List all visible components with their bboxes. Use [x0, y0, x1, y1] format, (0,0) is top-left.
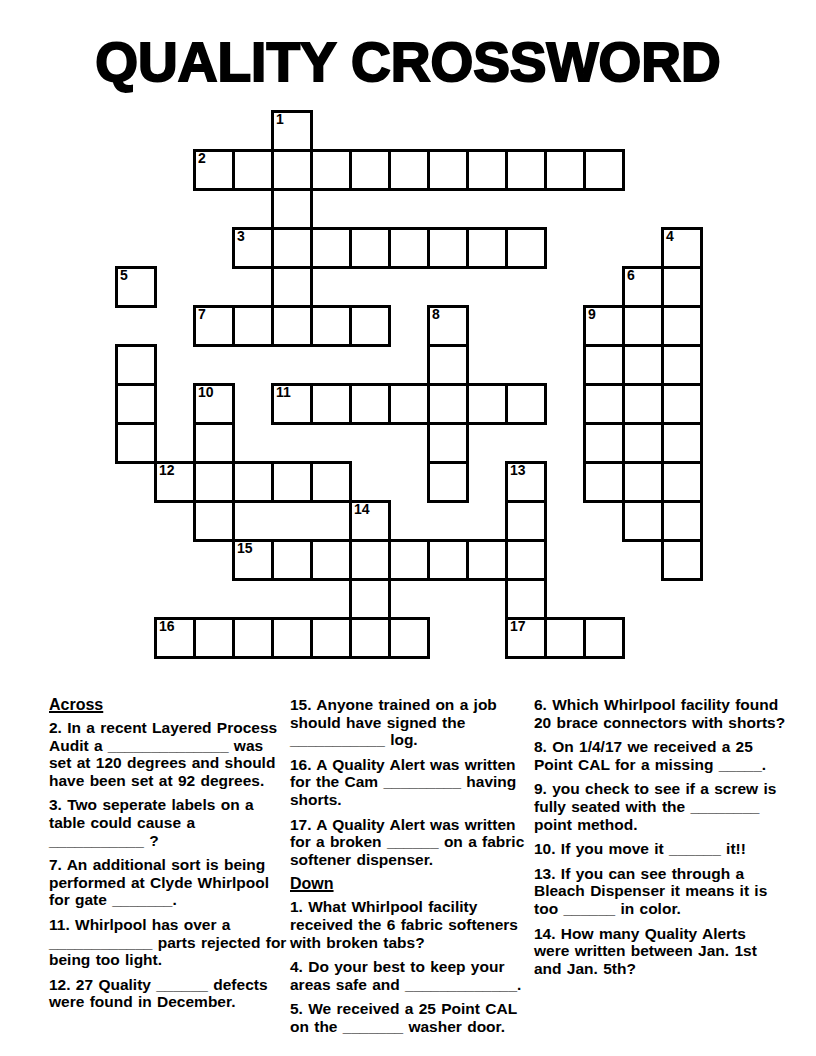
- cell-r7c6[interactable]: [349, 383, 391, 425]
- cell-r7c2[interactable]: 10: [193, 383, 235, 425]
- cell-r7c0[interactable]: [115, 383, 157, 425]
- clue-number-11: 11: [276, 385, 291, 400]
- cell-r10c6[interactable]: 14: [349, 500, 391, 542]
- cell-r6c8[interactable]: [427, 344, 469, 386]
- cell-r11c10[interactable]: [505, 539, 547, 581]
- cell-r5c12[interactable]: 9: [583, 305, 625, 347]
- cell-r1c9[interactable]: [466, 149, 508, 191]
- cell-r1c11[interactable]: [544, 149, 586, 191]
- cell-r5c3[interactable]: [232, 305, 274, 347]
- cell-r6c12[interactable]: [583, 344, 625, 386]
- cell-r4c14[interactable]: [661, 266, 703, 308]
- cell-r7c4[interactable]: 11: [271, 383, 313, 425]
- clue-number-9: 9: [588, 307, 596, 322]
- cell-r13c10[interactable]: 17: [505, 617, 547, 659]
- clue-9: 9. you check to see if a screw is fully …: [534, 780, 786, 833]
- cell-r3c8[interactable]: [427, 227, 469, 269]
- clue-number-2: 2: [198, 151, 206, 166]
- cell-r13c1[interactable]: 16: [154, 617, 196, 659]
- cell-r3c9[interactable]: [466, 227, 508, 269]
- cell-r8c2[interactable]: [193, 422, 235, 464]
- across-header: Across: [49, 696, 287, 714]
- cell-r11c3[interactable]: 15: [232, 539, 274, 581]
- cell-r1c7[interactable]: [388, 149, 430, 191]
- cell-r10c14[interactable]: [661, 500, 703, 542]
- cell-r7c13[interactable]: [622, 383, 664, 425]
- cell-r5c6[interactable]: [349, 305, 391, 347]
- clue-13: 13. If you can see through a Bleach Disp…: [534, 865, 786, 918]
- cell-r1c3[interactable]: [232, 149, 274, 191]
- crossword-grid: 1234567891011121314151617: [115, 110, 704, 660]
- cell-r5c5[interactable]: [310, 305, 352, 347]
- cell-r8c8[interactable]: [427, 422, 469, 464]
- cell-r6c14[interactable]: [661, 344, 703, 386]
- clue-number-3: 3: [237, 229, 245, 244]
- clue-16: 16. A Quality Alert was written for the …: [290, 756, 533, 809]
- clue-number-14: 14: [354, 502, 370, 517]
- page-title: QUALITY CROSSWORD: [0, 32, 816, 92]
- cell-r10c10[interactable]: [505, 500, 547, 542]
- cell-r13c7[interactable]: [388, 617, 430, 659]
- clue-3: 3. Two seperate labels on a table could …: [49, 796, 287, 849]
- clue-number-4: 4: [666, 229, 674, 244]
- cell-r9c5[interactable]: [310, 461, 352, 503]
- cell-r13c2[interactable]: [193, 617, 235, 659]
- cell-r6c0[interactable]: [115, 344, 157, 386]
- clue-14: 14. How many Quality Alerts were written…: [534, 925, 786, 978]
- cell-r8c14[interactable]: [661, 422, 703, 464]
- cell-r3c5[interactable]: [310, 227, 352, 269]
- clue-12: 12. 27 Quality ______ defects were found…: [49, 976, 287, 1011]
- cell-r1c2[interactable]: 2: [193, 149, 235, 191]
- clue-number-7: 7: [198, 307, 206, 322]
- crossword-page: QUALITY CROSSWORD 1234567891011121314151…: [0, 0, 816, 1056]
- clue-15: 15. Anyone trained on a job should have …: [290, 696, 533, 749]
- cell-r12c10[interactable]: [505, 578, 547, 620]
- cell-r7c12[interactable]: [583, 383, 625, 425]
- cell-r1c12[interactable]: [583, 149, 625, 191]
- cell-r13c3[interactable]: [232, 617, 274, 659]
- clue-10: 10. If you move it ______ it!!: [534, 840, 786, 858]
- cell-r5c13[interactable]: [622, 305, 664, 347]
- cell-r1c4[interactable]: [271, 149, 313, 191]
- cell-r8c12[interactable]: [583, 422, 625, 464]
- cell-r7c10[interactable]: [505, 383, 547, 425]
- cell-r3c6[interactable]: [349, 227, 391, 269]
- cell-r1c5[interactable]: [310, 149, 352, 191]
- cell-r10c13[interactable]: [622, 500, 664, 542]
- clue-2: 2. In a recent Layered Process Audit a _…: [49, 719, 287, 789]
- cell-r9c12[interactable]: [583, 461, 625, 503]
- cell-r4c4[interactable]: [271, 266, 313, 308]
- clue-column-1: Across2. In a recent Layered Process Aud…: [49, 696, 287, 1018]
- cell-r2c4[interactable]: [271, 188, 313, 230]
- clue-17: 17. A Quality Alert was written for a br…: [290, 816, 533, 869]
- cell-r9c4[interactable]: [271, 461, 313, 503]
- cell-r7c9[interactable]: [466, 383, 508, 425]
- clue-number-16: 16: [159, 619, 175, 634]
- cell-r7c14[interactable]: [661, 383, 703, 425]
- cell-r13c12[interactable]: [583, 617, 625, 659]
- clue-number-8: 8: [432, 307, 440, 322]
- cell-r11c7[interactable]: [388, 539, 430, 581]
- cell-r3c7[interactable]: [388, 227, 430, 269]
- cell-r1c8[interactable]: [427, 149, 469, 191]
- cell-r5c8[interactable]: 8: [427, 305, 469, 347]
- cell-r0c4[interactable]: 1: [271, 110, 313, 152]
- cell-r4c13[interactable]: 6: [622, 266, 664, 308]
- cell-r1c6[interactable]: [349, 149, 391, 191]
- cell-r13c6[interactable]: [349, 617, 391, 659]
- cell-r10c2[interactable]: [193, 500, 235, 542]
- clue-1: 1. What Whirlpool facility received the …: [290, 898, 533, 951]
- cell-r6c13[interactable]: [622, 344, 664, 386]
- clue-number-1: 1: [276, 112, 284, 127]
- cell-r9c1[interactable]: 12: [154, 461, 196, 503]
- cell-r9c14[interactable]: [661, 461, 703, 503]
- clue-number-5: 5: [120, 268, 128, 283]
- cell-r8c13[interactable]: [622, 422, 664, 464]
- cell-r7c8[interactable]: [427, 383, 469, 425]
- cell-r11c5[interactable]: [310, 539, 352, 581]
- cell-r5c2[interactable]: 7: [193, 305, 235, 347]
- cell-r8c0[interactable]: [115, 422, 157, 464]
- clue-5: 5. We received a 25 Point CAL on the ___…: [290, 1000, 533, 1035]
- cell-r9c2[interactable]: [193, 461, 235, 503]
- cell-r5c4[interactable]: [271, 305, 313, 347]
- cell-r9c8[interactable]: [427, 461, 469, 503]
- clue-4: 4. Do your best to keep your areas safe …: [290, 958, 533, 993]
- clue-number-6: 6: [627, 268, 635, 283]
- clue-8: 8. On 1/4/17 we received a 25 Point CAL …: [534, 738, 786, 773]
- cell-r13c11[interactable]: [544, 617, 586, 659]
- cell-r5c14[interactable]: [661, 305, 703, 347]
- cell-r11c14[interactable]: [661, 539, 703, 581]
- cell-r13c4[interactable]: [271, 617, 313, 659]
- cell-r1c10[interactable]: [505, 149, 547, 191]
- cell-r7c7[interactable]: [388, 383, 430, 425]
- cell-r13c5[interactable]: [310, 617, 352, 659]
- clue-number-13: 13: [510, 463, 526, 478]
- clue-number-15: 15: [237, 541, 253, 556]
- cell-r11c4[interactable]: [271, 539, 313, 581]
- cell-r3c4[interactable]: [271, 227, 313, 269]
- cell-r11c9[interactable]: [466, 539, 508, 581]
- cell-r9c10[interactable]: 13: [505, 461, 547, 503]
- clue-6: 6. Which Whirlpool facility found 20 bra…: [534, 696, 786, 731]
- cell-r3c14[interactable]: 4: [661, 227, 703, 269]
- down-header: Down: [290, 875, 533, 893]
- cell-r9c13[interactable]: [622, 461, 664, 503]
- cell-r11c8[interactable]: [427, 539, 469, 581]
- clue-column-3: 6. Which Whirlpool facility found 20 bra…: [534, 696, 786, 984]
- clue-number-17: 17: [510, 619, 526, 634]
- clue-7: 7. An additional sort is being performed…: [49, 856, 287, 909]
- cell-r9c3[interactable]: [232, 461, 274, 503]
- clue-column-2: 15. Anyone trained on a job should have …: [290, 696, 533, 1043]
- clue-11: 11. Whirlpool has over a ____________ pa…: [49, 916, 287, 969]
- clue-number-12: 12: [159, 463, 175, 478]
- cell-r7c5[interactable]: [310, 383, 352, 425]
- cell-r3c3[interactable]: 3: [232, 227, 274, 269]
- clue-number-10: 10: [198, 385, 214, 400]
- cell-r3c10[interactable]: [505, 227, 547, 269]
- cell-r11c6[interactable]: [349, 539, 391, 581]
- cell-r4c0[interactable]: 5: [115, 266, 157, 308]
- cell-r12c6[interactable]: [349, 578, 391, 620]
